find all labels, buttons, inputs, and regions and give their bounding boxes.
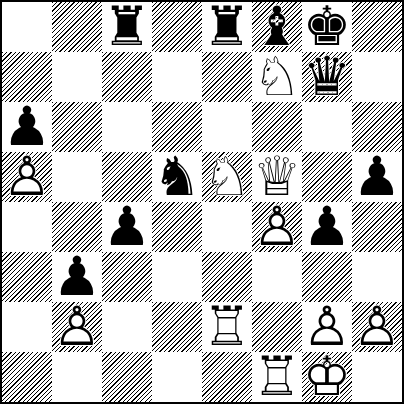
square-a5[interactable]: ♟︎♙︎: [2, 152, 52, 202]
square-h7[interactable]: [352, 52, 402, 102]
square-c8[interactable]: ♜︎♜︎: [102, 2, 152, 52]
square-c3[interactable]: [102, 252, 152, 302]
square-b2[interactable]: ♟︎♙︎: [52, 302, 102, 352]
square-a2[interactable]: [2, 302, 52, 352]
square-b7[interactable]: [52, 52, 102, 102]
black-pawn-a6-icon: ♟︎: [2, 102, 52, 152]
white-rook-e2-icon: ♖︎: [202, 302, 252, 352]
black-rook-c8-icon: ♜︎: [102, 2, 152, 52]
black-queen-fill: ♛︎: [302, 52, 352, 102]
square-h4[interactable]: [352, 202, 402, 252]
square-f8[interactable]: ♝︎♝︎: [252, 2, 302, 52]
square-c5[interactable]: [102, 152, 152, 202]
square-b6[interactable]: [52, 102, 102, 152]
square-d8[interactable]: [152, 2, 202, 52]
square-g8[interactable]: ♚︎♚︎: [302, 2, 352, 52]
black-rook-e8-icon: ♜︎: [202, 2, 252, 52]
black-knight-d5-icon: ♞︎: [152, 152, 202, 202]
square-a4[interactable]: [2, 202, 52, 252]
square-d1[interactable]: [152, 352, 202, 402]
black-pawn-fill: ♟︎: [52, 252, 102, 302]
white-knight-f7-icon: ♘︎: [252, 52, 302, 102]
black-knight-fill: ♞︎: [152, 152, 202, 202]
black-pawn-b3-icon: ♟︎: [52, 252, 102, 302]
square-a1[interactable]: [2, 352, 52, 402]
white-king-g1-icon: ♔︎: [302, 352, 352, 402]
square-d3[interactable]: [152, 252, 202, 302]
white-knight-e5-icon: ♘︎: [202, 152, 252, 202]
black-pawn-fill: ♟︎: [352, 152, 402, 202]
black-pawn-c4-icon: ♟︎: [102, 202, 152, 252]
white-pawn-h2-icon: ♙︎: [352, 302, 402, 352]
square-f5[interactable]: ♛︎♕︎: [252, 152, 302, 202]
black-rook-fill: ♜︎: [102, 2, 152, 52]
square-g3[interactable]: [302, 252, 352, 302]
black-rook-fill: ♜︎: [202, 2, 252, 52]
chess-board: ♜︎♜︎♜︎♜︎♝︎♝︎♚︎♚︎♞︎♘︎♛︎♛︎♟︎♟︎♟︎♙︎♞︎♞︎♞︎♘︎…: [2, 2, 402, 402]
square-b1[interactable]: [52, 352, 102, 402]
white-king-fill: ♚︎: [302, 352, 352, 402]
white-pawn-fill: ♟︎: [252, 202, 302, 252]
square-e3[interactable]: [202, 252, 252, 302]
white-knight-fill: ♞︎: [252, 52, 302, 102]
square-g7[interactable]: ♛︎♛︎: [302, 52, 352, 102]
square-c7[interactable]: [102, 52, 152, 102]
square-b3[interactable]: ♟︎♟︎: [52, 252, 102, 302]
square-h6[interactable]: [352, 102, 402, 152]
white-rook-fill: ♜︎: [202, 302, 252, 352]
square-h3[interactable]: [352, 252, 402, 302]
black-bishop-f8-icon: ♝︎: [252, 2, 302, 52]
white-queen-fill: ♛︎: [252, 152, 302, 202]
black-pawn-fill: ♟︎: [2, 102, 52, 152]
square-g1[interactable]: ♚︎♔︎: [302, 352, 352, 402]
white-knight-fill: ♞︎: [202, 152, 252, 202]
square-h5[interactable]: ♟︎♟︎: [352, 152, 402, 202]
square-b4[interactable]: [52, 202, 102, 252]
square-e8[interactable]: ♜︎♜︎: [202, 2, 252, 52]
black-pawn-fill: ♟︎: [102, 202, 152, 252]
square-e4[interactable]: [202, 202, 252, 252]
white-pawn-fill: ♟︎: [2, 152, 52, 202]
white-pawn-g2-icon: ♙︎: [302, 302, 352, 352]
square-a3[interactable]: [2, 252, 52, 302]
square-e6[interactable]: [202, 102, 252, 152]
square-d7[interactable]: [152, 52, 202, 102]
white-pawn-b2-icon: ♙︎: [52, 302, 102, 352]
square-a7[interactable]: [2, 52, 52, 102]
black-king-fill: ♚︎: [302, 2, 352, 52]
square-f1[interactable]: ♜︎♖︎: [252, 352, 302, 402]
square-f3[interactable]: [252, 252, 302, 302]
square-b5[interactable]: [52, 152, 102, 202]
square-d6[interactable]: [152, 102, 202, 152]
square-g6[interactable]: [302, 102, 352, 152]
black-king-g8-icon: ♚︎: [302, 2, 352, 52]
square-g2[interactable]: ♟︎♙︎: [302, 302, 352, 352]
white-rook-f1-icon: ♖︎: [252, 352, 302, 402]
black-queen-g7-icon: ♛︎: [302, 52, 352, 102]
square-c4[interactable]: ♟︎♟︎: [102, 202, 152, 252]
square-h8[interactable]: [352, 2, 402, 52]
black-pawn-h5-icon: ♟︎: [352, 152, 402, 202]
square-d4[interactable]: [152, 202, 202, 252]
square-g5[interactable]: [302, 152, 352, 202]
square-e2[interactable]: ♜︎♖︎: [202, 302, 252, 352]
square-f2[interactable]: [252, 302, 302, 352]
white-pawn-f4-icon: ♙︎: [252, 202, 302, 252]
square-c2[interactable]: [102, 302, 152, 352]
black-pawn-g4-icon: ♟︎: [302, 202, 352, 252]
square-f6[interactable]: [252, 102, 302, 152]
square-a6[interactable]: ♟︎♟︎: [2, 102, 52, 152]
black-bishop-fill: ♝︎: [252, 2, 302, 52]
square-e7[interactable]: [202, 52, 252, 102]
square-b8[interactable]: [52, 2, 102, 52]
white-pawn-fill: ♟︎: [52, 302, 102, 352]
square-f4[interactable]: ♟︎♙︎: [252, 202, 302, 252]
square-e5[interactable]: ♞︎♘︎: [202, 152, 252, 202]
square-e1[interactable]: [202, 352, 252, 402]
white-rook-fill: ♜︎: [252, 352, 302, 402]
square-d2[interactable]: [152, 302, 202, 352]
square-h2[interactable]: ♟︎♙︎: [352, 302, 402, 352]
white-pawn-fill: ♟︎: [352, 302, 402, 352]
white-pawn-a5-icon: ♙︎: [2, 152, 52, 202]
square-c1[interactable]: [102, 352, 152, 402]
square-h1[interactable]: [352, 352, 402, 402]
square-f7[interactable]: ♞︎♘︎: [252, 52, 302, 102]
square-c6[interactable]: [102, 102, 152, 152]
square-d5[interactable]: ♞︎♞︎: [152, 152, 202, 202]
black-pawn-fill: ♟︎: [302, 202, 352, 252]
chess-board-frame: ♜︎♜︎♜︎♜︎♝︎♝︎♚︎♚︎♞︎♘︎♛︎♛︎♟︎♟︎♟︎♙︎♞︎♞︎♞︎♘︎…: [0, 0, 404, 404]
square-g4[interactable]: ♟︎♟︎: [302, 202, 352, 252]
white-queen-f5-icon: ♕︎: [252, 152, 302, 202]
white-pawn-fill: ♟︎: [302, 302, 352, 352]
square-a8[interactable]: [2, 2, 52, 52]
